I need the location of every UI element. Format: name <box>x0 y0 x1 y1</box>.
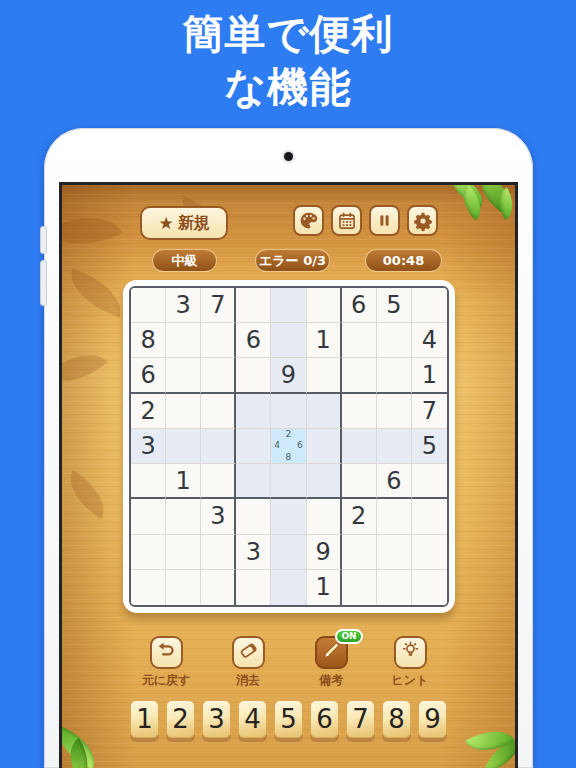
sudoku-cell-r5c2[interactable] <box>166 429 201 464</box>
sudoku-cell-r9c7[interactable] <box>342 570 377 605</box>
new-game-label: 新規 <box>178 213 210 234</box>
numpad-6[interactable]: 6 <box>310 700 339 738</box>
sudoku-cell-r3c8[interactable] <box>377 358 412 393</box>
sudoku-cell-r2c6[interactable]: 1 <box>307 323 342 358</box>
numpad-9[interactable]: 9 <box>418 700 447 738</box>
sudoku-cell-r1c1[interactable] <box>131 288 166 323</box>
banner-title: 簡単で便利 な機能 <box>0 8 576 115</box>
sudoku-cell-r4c1[interactable]: 2 <box>131 394 166 429</box>
sudoku-cell-r7c9[interactable] <box>412 499 447 534</box>
banner-title-line1: 簡単で便利 <box>0 8 576 61</box>
sudoku-cell-r8c6[interactable]: 9 <box>307 535 342 570</box>
sudoku-cell-r3c4[interactable] <box>236 358 271 393</box>
sudoku-cell-r9c2[interactable] <box>166 570 201 605</box>
notes-on-badge: ON <box>335 629 363 644</box>
sudoku-cell-r9c4[interactable] <box>236 570 271 605</box>
calendar-icon <box>337 211 357 231</box>
leaf-shadow <box>63 269 130 318</box>
sudoku-cell-r1c5[interactable] <box>271 288 306 323</box>
hint-button-label: ヒント <box>392 672 429 689</box>
difficulty-badge[interactable]: 中級 <box>152 249 217 272</box>
sudoku-cell-r3c1[interactable]: 6 <box>131 358 166 393</box>
sudoku-cell-r8c1[interactable] <box>131 535 166 570</box>
sudoku-cell-r5c9[interactable]: 5 <box>412 429 447 464</box>
sudoku-cell-r7c3[interactable]: 3 <box>201 499 236 534</box>
sudoku-cell-r5c8[interactable] <box>377 429 412 464</box>
sudoku-cell-r4c6[interactable] <box>307 394 342 429</box>
sudoku-cell-r8c8[interactable] <box>377 535 412 570</box>
sudoku-cell-r3c2[interactable] <box>166 358 201 393</box>
sudoku-cell-r9c6[interactable]: 1 <box>307 570 342 605</box>
sudoku-cell-r4c2[interactable] <box>166 394 201 429</box>
sudoku-cell-r1c7[interactable]: 6 <box>342 288 377 323</box>
gear-icon <box>413 211 433 231</box>
leaf-decoration <box>60 738 98 768</box>
sudoku-cell-r9c5[interactable] <box>271 570 306 605</box>
sudoku-cell-r3c3[interactable] <box>201 358 236 393</box>
marketing-screenshot: 簡単で便利 な機能 ★ 新規 中級 エラー 0/3 00:48 37658614… <box>0 0 576 768</box>
sudoku-grid: 37658614691273246851632391 <box>129 286 449 607</box>
timer-display: 00:48 <box>365 249 442 272</box>
sudoku-cell-r8c9[interactable] <box>412 535 447 570</box>
app-screen: ★ 新規 中級 エラー 0/3 00:48 376586146912732468… <box>59 182 518 768</box>
sudoku-cell-r2c1[interactable]: 8 <box>131 323 166 358</box>
numpad-5[interactable]: 5 <box>274 700 303 738</box>
hint-button[interactable]: ヒント <box>370 636 450 689</box>
sudoku-cell-r9c8[interactable] <box>377 570 412 605</box>
sudoku-cell-r3c6[interactable] <box>307 358 342 393</box>
undo-button-label: 元に戻す <box>142 672 191 689</box>
eraser-icon <box>238 640 259 665</box>
sudoku-cell-r6c8[interactable]: 6 <box>377 464 412 499</box>
sudoku-cell-r3c5[interactable]: 9 <box>271 358 306 393</box>
settings-button[interactable] <box>407 205 438 236</box>
sudoku-cell-r9c1[interactable] <box>131 570 166 605</box>
sudoku-cell-r7c2[interactable] <box>166 499 201 534</box>
sudoku-cell-r2c8[interactable] <box>377 323 412 358</box>
sudoku-cell-r1c6[interactable] <box>307 288 342 323</box>
numpad-7[interactable]: 7 <box>346 700 375 738</box>
leaf-shadow <box>59 470 115 519</box>
sudoku-cell-r9c9[interactable] <box>412 570 447 605</box>
sudoku-cell-r5c6[interactable] <box>307 429 342 464</box>
undo-button[interactable]: 元に戻す <box>126 636 206 689</box>
sudoku-cell-r8c2[interactable] <box>166 535 201 570</box>
sudoku-cell-r4c4[interactable] <box>236 394 271 429</box>
number-pad: 123456789 <box>62 700 515 738</box>
theme-palette-button[interactable] <box>293 205 324 236</box>
pencil-icon <box>321 640 342 665</box>
camera-dot <box>284 152 293 161</box>
sudoku-cell-r8c5[interactable] <box>271 535 306 570</box>
sudoku-cell-r6c5[interactable] <box>271 464 306 499</box>
sudoku-cell-r1c4[interactable] <box>236 288 271 323</box>
sudoku-cell-r7c8[interactable] <box>377 499 412 534</box>
sudoku-cell-r3c9[interactable]: 1 <box>412 358 447 393</box>
sudoku-cell-r3c7[interactable] <box>342 358 377 393</box>
numpad-3[interactable]: 3 <box>202 700 231 738</box>
numpad-1[interactable]: 1 <box>130 700 159 738</box>
leaf-decoration <box>485 734 518 768</box>
sudoku-cell-r4c7[interactable] <box>342 394 377 429</box>
sudoku-cell-r1c9[interactable] <box>412 288 447 323</box>
sudoku-cell-r6c1[interactable] <box>131 464 166 499</box>
sudoku-cell-r1c8[interactable]: 5 <box>377 288 412 323</box>
palette-icon <box>298 210 319 231</box>
sudoku-cell-r7c7[interactable]: 2 <box>342 499 377 534</box>
daily-challenge-button[interactable] <box>331 205 362 236</box>
sudoku-cell-r9c3[interactable] <box>201 570 236 605</box>
sudoku-cell-r6c2[interactable]: 1 <box>166 464 201 499</box>
sudoku-cell-r7c1[interactable] <box>131 499 166 534</box>
volume-button <box>40 226 47 254</box>
sudoku-cell-r2c3[interactable] <box>201 323 236 358</box>
sudoku-cell-r6c9[interactable] <box>412 464 447 499</box>
pencil-notes: 2468 <box>271 429 305 463</box>
sudoku-board: 37658614691273246851632391 <box>123 280 455 613</box>
leaf-shadow <box>59 339 107 397</box>
sudoku-cell-r2c5[interactable] <box>271 323 306 358</box>
sudoku-cell-r7c6[interactable] <box>307 499 342 534</box>
sudoku-cell-r2c7[interactable] <box>342 323 377 358</box>
notes-button[interactable]: 備考ON <box>291 636 371 689</box>
leaf-decoration <box>454 184 490 220</box>
top-icon-row <box>293 205 438 236</box>
sudoku-cell-r6c3[interactable] <box>201 464 236 499</box>
sudoku-cell-r7c5[interactable] <box>271 499 306 534</box>
sudoku-cell-r5c7[interactable] <box>342 429 377 464</box>
erase-button-label: 消去 <box>236 672 260 689</box>
sudoku-cell-r5c3[interactable] <box>201 429 236 464</box>
sudoku-cell-r1c2[interactable]: 3 <box>166 288 201 323</box>
sudoku-cell-r1c3[interactable]: 7 <box>201 288 236 323</box>
sudoku-cell-r4c8[interactable] <box>377 394 412 429</box>
volume-button <box>40 260 47 306</box>
sudoku-cell-r4c9[interactable]: 7 <box>412 394 447 429</box>
sudoku-cell-r5c4[interactable] <box>236 429 271 464</box>
numpad-8[interactable]: 8 <box>382 700 411 738</box>
undo-icon <box>156 640 177 665</box>
sudoku-cell-r4c5[interactable] <box>271 394 306 429</box>
sudoku-cell-r5c1[interactable]: 3 <box>131 429 166 464</box>
leaf-decoration <box>492 187 518 220</box>
sudoku-cell-r8c7[interactable] <box>342 535 377 570</box>
numpad-4[interactable]: 4 <box>238 700 267 738</box>
sudoku-cell-r6c6[interactable] <box>307 464 342 499</box>
pause-button[interactable] <box>369 205 400 236</box>
leaf-shadow <box>59 201 123 262</box>
star-icon: ★ <box>158 215 173 232</box>
sudoku-cell-r8c3[interactable] <box>201 535 236 570</box>
error-counter: エラー 0/3 <box>255 249 330 272</box>
erase-button[interactable]: 消去 <box>208 636 288 689</box>
numpad-2[interactable]: 2 <box>166 700 195 738</box>
sudoku-cell-r6c4[interactable] <box>236 464 271 499</box>
sudoku-cell-r8c4[interactable]: 3 <box>236 535 271 570</box>
sudoku-cell-r2c9[interactable]: 4 <box>412 323 447 358</box>
tablet-device: ★ 新規 中級 エラー 0/3 00:48 376586146912732468… <box>44 128 533 768</box>
pause-icon <box>375 211 394 230</box>
hint-bulb-icon <box>400 640 421 665</box>
leaf-decoration <box>445 182 488 207</box>
new-game-button[interactable]: ★ 新規 <box>140 206 228 240</box>
leaf-decoration <box>470 182 518 217</box>
sudoku-cell-r6c7[interactable] <box>342 464 377 499</box>
sudoku-cell-r2c2[interactable] <box>166 323 201 358</box>
notes-button-label: 備考 <box>319 672 343 689</box>
sudoku-cell-r2c4[interactable]: 6 <box>236 323 271 358</box>
sudoku-cell-r7c4[interactable] <box>236 499 271 534</box>
banner-title-line2: な機能 <box>0 61 576 114</box>
sudoku-cell-r4c3[interactable] <box>201 394 236 429</box>
sudoku-cell-r5c5[interactable]: 2468 <box>271 429 306 464</box>
